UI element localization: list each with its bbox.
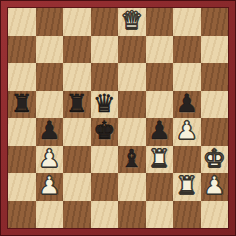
black-pawn[interactable]: ♟ — [148, 117, 170, 144]
square-c3[interactable] — [63, 146, 91, 174]
square-h4[interactable] — [201, 118, 229, 146]
square-c6[interactable] — [63, 63, 91, 91]
square-a8[interactable] — [8, 8, 36, 36]
square-a2[interactable] — [8, 173, 36, 201]
square-b5[interactable] — [36, 91, 64, 119]
square-d1[interactable] — [91, 201, 119, 229]
black-king[interactable]: ♚ — [93, 117, 115, 144]
square-h6[interactable] — [201, 63, 229, 91]
square-b8[interactable] — [36, 8, 64, 36]
square-g4[interactable]: ♟ — [173, 118, 201, 146]
square-f4[interactable]: ♟ — [146, 118, 174, 146]
white-rook[interactable]: ♜ — [176, 172, 198, 199]
square-e7[interactable] — [118, 36, 146, 64]
square-a7[interactable] — [8, 36, 36, 64]
square-g5[interactable]: ♟ — [173, 91, 201, 119]
black-rook[interactable]: ♜ — [66, 90, 88, 117]
square-a1[interactable] — [8, 201, 36, 229]
square-a3[interactable] — [8, 146, 36, 174]
square-e8[interactable]: ♛ — [118, 8, 146, 36]
square-f5[interactable] — [146, 91, 174, 119]
square-e6[interactable] — [118, 63, 146, 91]
black-queen[interactable]: ♛ — [93, 90, 115, 117]
square-h1[interactable] — [201, 201, 229, 229]
black-pawn[interactable]: ♟ — [38, 117, 60, 144]
square-d8[interactable] — [91, 8, 119, 36]
square-f3[interactable]: ♜ — [146, 146, 174, 174]
square-f2[interactable] — [146, 173, 174, 201]
square-a4[interactable] — [8, 118, 36, 146]
square-b1[interactable] — [36, 201, 64, 229]
square-e4[interactable] — [118, 118, 146, 146]
square-b4[interactable]: ♟ — [36, 118, 64, 146]
square-f6[interactable] — [146, 63, 174, 91]
square-h7[interactable] — [201, 36, 229, 64]
square-g2[interactable]: ♜ — [173, 173, 201, 201]
square-d4[interactable]: ♚ — [91, 118, 119, 146]
square-b3[interactable]: ♟ — [36, 146, 64, 174]
square-e3[interactable]: ♝ — [118, 146, 146, 174]
square-d7[interactable] — [91, 36, 119, 64]
square-d5[interactable]: ♛ — [91, 91, 119, 119]
square-g6[interactable] — [173, 63, 201, 91]
square-d2[interactable] — [91, 173, 119, 201]
square-e2[interactable] — [118, 173, 146, 201]
chess-board: ♛♜♜♛♟♟♚♟♟♟♝♜♚♟♜♟ — [8, 8, 228, 228]
square-g8[interactable] — [173, 8, 201, 36]
square-f8[interactable] — [146, 8, 174, 36]
black-rook[interactable]: ♜ — [11, 90, 33, 117]
square-b7[interactable] — [36, 36, 64, 64]
square-c4[interactable] — [63, 118, 91, 146]
square-c7[interactable] — [63, 36, 91, 64]
white-queen[interactable]: ♛ — [121, 7, 143, 34]
square-b6[interactable] — [36, 63, 64, 91]
square-e1[interactable] — [118, 201, 146, 229]
square-a5[interactable]: ♜ — [8, 91, 36, 119]
white-rook[interactable]: ♜ — [148, 145, 170, 172]
square-d3[interactable] — [91, 146, 119, 174]
square-g1[interactable] — [173, 201, 201, 229]
square-g3[interactable] — [173, 146, 201, 174]
white-pawn[interactable]: ♟ — [38, 172, 60, 199]
white-pawn[interactable]: ♟ — [38, 145, 60, 172]
black-bishop[interactable]: ♝ — [121, 145, 143, 172]
square-f1[interactable] — [146, 201, 174, 229]
white-pawn[interactable]: ♟ — [203, 172, 225, 199]
black-pawn[interactable]: ♟ — [176, 90, 198, 117]
square-e5[interactable] — [118, 91, 146, 119]
square-f7[interactable] — [146, 36, 174, 64]
white-pawn[interactable]: ♟ — [176, 117, 198, 144]
square-d6[interactable] — [91, 63, 119, 91]
square-c5[interactable]: ♜ — [63, 91, 91, 119]
square-h5[interactable] — [201, 91, 229, 119]
white-king[interactable]: ♚ — [203, 145, 225, 172]
board-frame: ♛♜♜♛♟♟♚♟♟♟♝♜♚♟♜♟ — [0, 0, 236, 236]
square-h8[interactable] — [201, 8, 229, 36]
square-c8[interactable] — [63, 8, 91, 36]
square-h2[interactable]: ♟ — [201, 173, 229, 201]
square-c2[interactable] — [63, 173, 91, 201]
square-c1[interactable] — [63, 201, 91, 229]
square-g7[interactable] — [173, 36, 201, 64]
square-h3[interactable]: ♚ — [201, 146, 229, 174]
square-a6[interactable] — [8, 63, 36, 91]
square-b2[interactable]: ♟ — [36, 173, 64, 201]
